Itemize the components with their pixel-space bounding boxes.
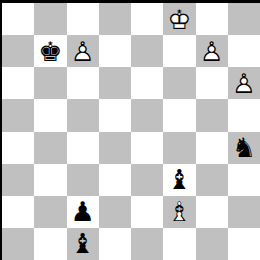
white-pawn-fill: ♟	[67, 35, 99, 67]
black-bishop: ♝	[163, 164, 195, 196]
square-h1[interactable]	[228, 228, 260, 260]
black-pawn: ♟	[67, 196, 99, 228]
square-e5[interactable]	[131, 99, 163, 131]
square-e6[interactable]	[131, 67, 163, 99]
square-d8[interactable]	[99, 3, 131, 35]
square-e8[interactable]	[131, 3, 163, 35]
white-pawn-fill: ♟	[228, 67, 260, 99]
white-king: ♔	[163, 3, 195, 35]
square-g8[interactable]	[196, 3, 228, 35]
square-e4[interactable]	[131, 132, 163, 164]
square-g4[interactable]	[196, 132, 228, 164]
square-b6[interactable]	[34, 67, 66, 99]
square-b8[interactable]	[34, 3, 66, 35]
square-c1[interactable]: ♝	[67, 228, 99, 260]
square-d5[interactable]	[99, 99, 131, 131]
square-a5[interactable]	[2, 99, 34, 131]
square-f4[interactable]	[163, 132, 195, 164]
white-pawn: ♙	[228, 67, 260, 99]
square-d1[interactable]	[99, 228, 131, 260]
square-h6[interactable]: ♟♙	[228, 67, 260, 99]
chess-diagram: ♚♔♚♟♙♟♙♟♙♞♝♟♝♗♝	[0, 0, 260, 260]
white-pawn: ♙	[196, 35, 228, 67]
white-bishop: ♗	[163, 196, 195, 228]
white-pawn-fill: ♟	[196, 35, 228, 67]
square-b4[interactable]	[34, 132, 66, 164]
square-e3[interactable]	[131, 164, 163, 196]
square-c6[interactable]	[67, 67, 99, 99]
chess-board: ♚♔♚♟♙♟♙♟♙♞♝♟♝♗♝	[0, 0, 260, 260]
square-b1[interactable]	[34, 228, 66, 260]
square-d2[interactable]	[99, 196, 131, 228]
square-e1[interactable]	[131, 228, 163, 260]
black-king: ♚	[34, 35, 66, 67]
square-a7[interactable]	[2, 35, 34, 67]
white-pawn: ♙	[67, 35, 99, 67]
square-h4[interactable]: ♞	[228, 132, 260, 164]
square-h5[interactable]	[228, 99, 260, 131]
square-a3[interactable]	[2, 164, 34, 196]
square-b7[interactable]: ♚	[34, 35, 66, 67]
square-g1[interactable]	[196, 228, 228, 260]
square-h8[interactable]	[228, 3, 260, 35]
square-f8[interactable]: ♚♔	[163, 3, 195, 35]
square-f6[interactable]	[163, 67, 195, 99]
square-f2[interactable]: ♝♗	[163, 196, 195, 228]
square-c8[interactable]	[67, 3, 99, 35]
square-f3[interactable]: ♝	[163, 164, 195, 196]
square-a8[interactable]	[2, 3, 34, 35]
white-bishop-fill: ♝	[163, 196, 195, 228]
square-a6[interactable]	[2, 67, 34, 99]
square-h7[interactable]	[228, 35, 260, 67]
square-d6[interactable]	[99, 67, 131, 99]
square-a4[interactable]	[2, 132, 34, 164]
square-e2[interactable]	[131, 196, 163, 228]
square-c3[interactable]	[67, 164, 99, 196]
square-f5[interactable]	[163, 99, 195, 131]
square-c7[interactable]: ♟♙	[67, 35, 99, 67]
square-f7[interactable]	[163, 35, 195, 67]
square-d4[interactable]	[99, 132, 131, 164]
black-knight: ♞	[228, 132, 260, 164]
square-h3[interactable]	[228, 164, 260, 196]
square-c2[interactable]: ♟	[67, 196, 99, 228]
square-b2[interactable]	[34, 196, 66, 228]
square-f1[interactable]	[163, 228, 195, 260]
square-g3[interactable]	[196, 164, 228, 196]
square-b3[interactable]	[34, 164, 66, 196]
white-king-fill: ♚	[163, 3, 195, 35]
square-g7[interactable]: ♟♙	[196, 35, 228, 67]
square-d7[interactable]	[99, 35, 131, 67]
square-g2[interactable]	[196, 196, 228, 228]
square-a1[interactable]	[2, 228, 34, 260]
square-d3[interactable]	[99, 164, 131, 196]
square-a2[interactable]	[2, 196, 34, 228]
square-e7[interactable]	[131, 35, 163, 67]
square-h2[interactable]	[228, 196, 260, 228]
square-g5[interactable]	[196, 99, 228, 131]
square-c5[interactable]	[67, 99, 99, 131]
square-c4[interactable]	[67, 132, 99, 164]
black-bishop: ♝	[67, 228, 99, 260]
square-g6[interactable]	[196, 67, 228, 99]
square-b5[interactable]	[34, 99, 66, 131]
